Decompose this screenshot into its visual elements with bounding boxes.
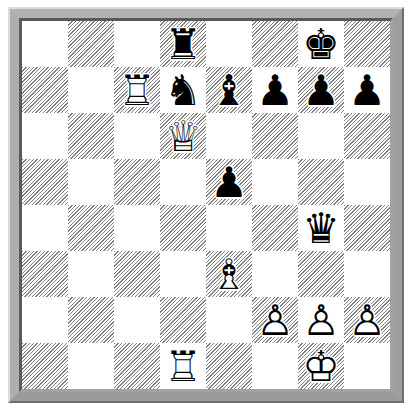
square-d5[interactable]: [160, 159, 206, 205]
square-e7[interactable]: ♝: [206, 67, 252, 113]
white-pawn[interactable]: ♟♙: [344, 297, 390, 343]
square-h2[interactable]: ♟♙: [344, 297, 390, 343]
square-b7[interactable]: [68, 67, 114, 113]
square-g3[interactable]: [298, 251, 344, 297]
square-h5[interactable]: [344, 159, 390, 205]
square-f2[interactable]: ♟♙: [252, 297, 298, 343]
square-g2[interactable]: ♟♙: [298, 297, 344, 343]
square-f4[interactable]: [252, 205, 298, 251]
square-d7[interactable]: ♞: [160, 67, 206, 113]
square-d3[interactable]: [160, 251, 206, 297]
square-c7[interactable]: ♜♖: [114, 67, 160, 113]
square-a1[interactable]: [22, 343, 68, 389]
square-e5[interactable]: ♟: [206, 159, 252, 205]
black-queen-glyph: ♛: [298, 205, 344, 251]
square-f1[interactable]: [252, 343, 298, 389]
square-h7[interactable]: ♟: [344, 67, 390, 113]
white-rook[interactable]: ♜♖: [114, 67, 160, 113]
chess-board: ♜♚♜♖♞♝♟♟♟♛♕♟♛♝♗♟♙♟♙♟♙♜♖♚♔: [22, 21, 390, 389]
square-f8[interactable]: [252, 21, 298, 67]
black-queen[interactable]: ♛: [298, 205, 344, 251]
square-h3[interactable]: [344, 251, 390, 297]
white-king-glyph: ♔: [298, 343, 344, 389]
square-e1[interactable]: [206, 343, 252, 389]
black-knight[interactable]: ♞: [160, 67, 206, 113]
square-c6[interactable]: [114, 113, 160, 159]
square-b2[interactable]: [68, 297, 114, 343]
white-pawn[interactable]: ♟♙: [252, 297, 298, 343]
black-pawn-glyph: ♟: [252, 67, 298, 113]
square-a2[interactable]: [22, 297, 68, 343]
square-e4[interactable]: [206, 205, 252, 251]
black-king-glyph: ♚: [298, 21, 344, 67]
square-b1[interactable]: [68, 343, 114, 389]
square-b6[interactable]: [68, 113, 114, 159]
square-b8[interactable]: [68, 21, 114, 67]
square-b3[interactable]: [68, 251, 114, 297]
square-b5[interactable]: [68, 159, 114, 205]
white-queen[interactable]: ♛♕: [160, 113, 206, 159]
black-knight-glyph: ♞: [160, 67, 206, 113]
square-g6[interactable]: [298, 113, 344, 159]
board-frame-face: ♜♚♜♖♞♝♟♟♟♛♕♟♛♝♗♟♙♟♙♟♙♜♖♚♔: [10, 9, 402, 401]
white-bishop-glyph: ♗: [206, 251, 252, 297]
black-pawn-glyph: ♟: [344, 67, 390, 113]
black-pawn[interactable]: ♟: [252, 67, 298, 113]
square-d4[interactable]: [160, 205, 206, 251]
square-c1[interactable]: [114, 343, 160, 389]
white-bishop[interactable]: ♝♗: [206, 251, 252, 297]
square-c3[interactable]: [114, 251, 160, 297]
square-b4[interactable]: [68, 205, 114, 251]
square-d1[interactable]: ♜♖: [160, 343, 206, 389]
square-a5[interactable]: [22, 159, 68, 205]
square-g7[interactable]: ♟: [298, 67, 344, 113]
square-e8[interactable]: [206, 21, 252, 67]
square-c2[interactable]: [114, 297, 160, 343]
square-g8[interactable]: ♚: [298, 21, 344, 67]
square-g4[interactable]: ♛: [298, 205, 344, 251]
square-g5[interactable]: [298, 159, 344, 205]
black-bishop[interactable]: ♝: [206, 67, 252, 113]
square-d6[interactable]: ♛♕: [160, 113, 206, 159]
square-h4[interactable]: [344, 205, 390, 251]
white-rook[interactable]: ♜♖: [160, 343, 206, 389]
black-pawn-glyph: ♟: [206, 159, 252, 205]
square-a7[interactable]: [22, 67, 68, 113]
square-h6[interactable]: [344, 113, 390, 159]
white-queen-glyph: ♕: [160, 113, 206, 159]
black-pawn[interactable]: ♟: [206, 159, 252, 205]
black-rook-glyph: ♜: [160, 21, 206, 67]
square-g1[interactable]: ♚♔: [298, 343, 344, 389]
square-c4[interactable]: [114, 205, 160, 251]
square-e6[interactable]: [206, 113, 252, 159]
square-f3[interactable]: [252, 251, 298, 297]
black-king[interactable]: ♚: [298, 21, 344, 67]
black-pawn[interactable]: ♟: [344, 67, 390, 113]
white-pawn-glyph: ♙: [344, 297, 390, 343]
square-d2[interactable]: [160, 297, 206, 343]
white-pawn-glyph: ♙: [252, 297, 298, 343]
square-a8[interactable]: [22, 21, 68, 67]
square-d8[interactable]: ♜: [160, 21, 206, 67]
square-a6[interactable]: [22, 113, 68, 159]
square-e3[interactable]: ♝♗: [206, 251, 252, 297]
board-frame: ♜♚♜♖♞♝♟♟♟♛♕♟♛♝♗♟♙♟♙♟♙♜♖♚♔: [8, 7, 404, 403]
white-rook-glyph: ♖: [114, 67, 160, 113]
black-pawn[interactable]: ♟: [298, 67, 344, 113]
square-e2[interactable]: [206, 297, 252, 343]
square-f7[interactable]: ♟: [252, 67, 298, 113]
square-h1[interactable]: [344, 343, 390, 389]
black-pawn-glyph: ♟: [298, 67, 344, 113]
square-a3[interactable]: [22, 251, 68, 297]
page-background: ♜♚♜♖♞♝♟♟♟♛♕♟♛♝♗♟♙♟♙♟♙♜♖♚♔: [0, 0, 414, 408]
square-f6[interactable]: [252, 113, 298, 159]
white-king[interactable]: ♚♔: [298, 343, 344, 389]
square-c5[interactable]: [114, 159, 160, 205]
square-f5[interactable]: [252, 159, 298, 205]
white-pawn[interactable]: ♟♙: [298, 297, 344, 343]
black-rook[interactable]: ♜: [160, 21, 206, 67]
square-a4[interactable]: [22, 205, 68, 251]
board-frame-inner-bevel: ♜♚♜♖♞♝♟♟♟♛♕♟♛♝♗♟♙♟♙♟♙♜♖♚♔: [19, 18, 393, 392]
white-pawn-glyph: ♙: [298, 297, 344, 343]
square-h8[interactable]: [344, 21, 390, 67]
black-bishop-glyph: ♝: [206, 67, 252, 113]
white-rook-glyph: ♖: [160, 343, 206, 389]
square-c8[interactable]: [114, 21, 160, 67]
